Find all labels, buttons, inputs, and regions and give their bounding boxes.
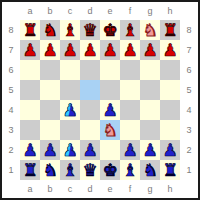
square-a2[interactable]: ♟ — [20, 140, 40, 160]
rank-label-8: 8 — [180, 20, 198, 40]
square-f7[interactable]: ♟ — [120, 40, 140, 60]
square-h5[interactable] — [160, 80, 180, 100]
square-c2[interactable]: ♟ — [60, 140, 80, 160]
file-label-a: a — [20, 6, 40, 16]
rank-label-4: 4 — [180, 100, 198, 120]
file-label-c: c — [60, 6, 80, 16]
square-a1[interactable]: ♜ — [20, 160, 40, 180]
square-e1[interactable]: ♚ — [100, 160, 120, 180]
square-f4[interactable] — [120, 100, 140, 120]
blue-knight-g1[interactable]: ♞ — [142, 160, 157, 180]
blue-pawn-a2[interactable]: ♟ — [22, 140, 37, 160]
rank-labels-right: 87654321 — [180, 20, 198, 180]
chess-board[interactable]: ♜♞♝♛♚♝♞♜♟♟♟♟♟♟♟♟♟♟♞♟♟♟♟♟♟♟♜♞♝♛♚♝♞♜ — [20, 20, 180, 180]
square-e7[interactable]: ♟ — [100, 40, 120, 60]
square-a8[interactable]: ♜ — [20, 20, 40, 40]
file-label-g: g — [140, 184, 160, 194]
rank-label-1: 1 — [2, 160, 20, 180]
blue-bishop-c1[interactable]: ♝ — [62, 160, 77, 180]
square-f5[interactable] — [120, 80, 140, 100]
square-h7[interactable]: ♟ — [160, 40, 180, 60]
rank-label-7: 7 — [2, 40, 20, 60]
square-b8[interactable]: ♞ — [40, 20, 60, 40]
red-bishop-f8[interactable]: ♝ — [122, 20, 137, 40]
rank-label-8: 8 — [2, 20, 20, 40]
square-a5[interactable] — [20, 80, 40, 100]
blue-pawn-f2[interactable]: ♟ — [122, 140, 137, 160]
red-queen-d8[interactable]: ♛ — [82, 20, 97, 40]
square-h2[interactable]: ♟ — [160, 140, 180, 160]
blue-bishop-f1[interactable]: ♝ — [122, 160, 137, 180]
square-g3[interactable] — [140, 120, 160, 140]
square-d4[interactable] — [80, 100, 100, 120]
file-labels-bottom: abcdefgh — [2, 180, 198, 198]
red-king-e8[interactable]: ♚ — [102, 20, 117, 40]
rank-label-6: 6 — [2, 60, 20, 80]
square-h6[interactable] — [160, 60, 180, 80]
rank-label-3: 3 — [180, 120, 198, 140]
file-labels-top: abcdefgh — [2, 2, 198, 20]
blue-queen-d1[interactable]: ♛ — [82, 160, 97, 180]
file-label-a: a — [20, 184, 40, 194]
square-b2[interactable]: ♟ — [40, 140, 60, 160]
red-rook-a8[interactable]: ♜ — [22, 20, 37, 40]
file-label-c: c — [60, 184, 80, 194]
square-b1[interactable]: ♞ — [40, 160, 60, 180]
square-e4[interactable]: ♟ — [100, 100, 120, 120]
square-c5[interactable] — [60, 80, 80, 100]
red-knight-b8[interactable]: ♞ — [42, 20, 57, 40]
red-pawn-f7[interactable]: ♟ — [122, 40, 137, 60]
square-c6[interactable] — [60, 60, 80, 80]
file-label-h: h — [160, 6, 180, 16]
square-d5[interactable] — [80, 80, 100, 100]
square-g6[interactable] — [140, 60, 160, 80]
file-label-h: h — [160, 184, 180, 194]
square-c4[interactable]: ♟ — [60, 100, 80, 120]
blue-pawn-d2[interactable]: ♟ — [82, 140, 97, 160]
rank-label-3: 3 — [2, 120, 20, 140]
file-label-b: b — [40, 184, 60, 194]
square-e6[interactable] — [100, 60, 120, 80]
file-label-d: d — [80, 184, 100, 194]
red-pawn-c7[interactable]: ♟ — [62, 40, 77, 60]
red-bishop-c8[interactable]: ♝ — [62, 20, 77, 40]
square-e2[interactable] — [100, 140, 120, 160]
file-label-d: d — [80, 6, 100, 16]
square-d7[interactable]: ♟ — [80, 40, 100, 60]
square-d3[interactable] — [80, 120, 100, 140]
square-d2[interactable]: ♟ — [80, 140, 100, 160]
blue-rook-h1[interactable]: ♜ — [162, 160, 177, 180]
square-f1[interactable]: ♝ — [120, 160, 140, 180]
square-h8[interactable]: ♜ — [160, 20, 180, 40]
square-g4[interactable] — [140, 100, 160, 120]
blue-pawn-b2[interactable]: ♟ — [42, 140, 57, 160]
square-d6[interactable] — [80, 60, 100, 80]
square-g1[interactable]: ♞ — [140, 160, 160, 180]
square-f8[interactable]: ♝ — [120, 20, 140, 40]
rank-label-2: 2 — [180, 140, 198, 160]
square-a3[interactable] — [20, 120, 40, 140]
blue-pawn-h2[interactable]: ♟ — [162, 140, 177, 160]
red-pawn-d7[interactable]: ♟ — [82, 40, 97, 60]
blue-pawn-c4[interactable]: ♟ — [62, 100, 77, 120]
square-a4[interactable] — [20, 100, 40, 120]
file-label-e: e — [100, 184, 120, 194]
red-pawn-h7[interactable]: ♟ — [162, 40, 177, 60]
rank-label-1: 1 — [180, 160, 198, 180]
blue-rook-a1[interactable]: ♜ — [22, 160, 37, 180]
square-e3[interactable]: ♞ — [100, 120, 120, 140]
square-h1[interactable]: ♜ — [160, 160, 180, 180]
square-f3[interactable] — [120, 120, 140, 140]
red-pawn-b7[interactable]: ♟ — [42, 40, 57, 60]
blue-king-e1[interactable]: ♚ — [102, 160, 117, 180]
square-g2[interactable]: ♟ — [140, 140, 160, 160]
file-label-e: e — [100, 6, 120, 16]
chessboard-window: abcdefgh 87654321 ♜♞♝♛♚♝♞♜♟♟♟♟♟♟♟♟♟♟♞♟♟♟… — [0, 0, 200, 200]
red-pawn-a7[interactable]: ♟ — [22, 40, 37, 60]
square-b5[interactable] — [40, 80, 60, 100]
square-c8[interactable]: ♝ — [60, 20, 80, 40]
square-a7[interactable]: ♟ — [20, 40, 40, 60]
blue-pawn-g2[interactable]: ♟ — [142, 140, 157, 160]
square-h4[interactable] — [160, 100, 180, 120]
blue-pawn-c2[interactable]: ♟ — [62, 140, 77, 160]
square-b3[interactable] — [40, 120, 60, 140]
file-label-f: f — [120, 6, 140, 16]
rank-label-2: 2 — [2, 140, 20, 160]
file-label-g: g — [140, 6, 160, 16]
square-g8[interactable]: ♞ — [140, 20, 160, 40]
rank-labels-left: 87654321 — [2, 20, 20, 180]
red-pawn-e7[interactable]: ♟ — [102, 40, 117, 60]
square-c3[interactable] — [60, 120, 80, 140]
rank-label-5: 5 — [180, 80, 198, 100]
square-d1[interactable]: ♛ — [80, 160, 100, 180]
rank-label-7: 7 — [180, 40, 198, 60]
red-pawn-g7[interactable]: ♟ — [142, 40, 157, 60]
square-g7[interactable]: ♟ — [140, 40, 160, 60]
square-d8[interactable]: ♛ — [80, 20, 100, 40]
blue-pawn-e4[interactable]: ♟ — [102, 100, 117, 120]
square-b6[interactable] — [40, 60, 60, 80]
file-label-b: b — [40, 6, 60, 16]
rank-label-6: 6 — [180, 60, 198, 80]
square-a6[interactable] — [20, 60, 40, 80]
square-b4[interactable] — [40, 100, 60, 120]
file-label-f: f — [120, 184, 140, 194]
rank-label-5: 5 — [2, 80, 20, 100]
rank-label-4: 4 — [2, 100, 20, 120]
square-e8[interactable]: ♚ — [100, 20, 120, 40]
square-f2[interactable]: ♟ — [120, 140, 140, 160]
blue-knight-b1[interactable]: ♞ — [42, 160, 57, 180]
red-knight-e3[interactable]: ♞ — [102, 120, 117, 140]
red-knight-g8[interactable]: ♞ — [142, 20, 157, 40]
board-row: 87654321 ♜♞♝♛♚♝♞♜♟♟♟♟♟♟♟♟♟♟♞♟♟♟♟♟♟♟♜♞♝♛♚… — [2, 20, 198, 180]
square-c7[interactable]: ♟ — [60, 40, 80, 60]
square-e5[interactable] — [100, 80, 120, 100]
square-c1[interactable]: ♝ — [60, 160, 80, 180]
square-h3[interactable] — [160, 120, 180, 140]
square-b7[interactable]: ♟ — [40, 40, 60, 60]
square-f6[interactable] — [120, 60, 140, 80]
red-rook-h8[interactable]: ♜ — [162, 20, 177, 40]
square-g5[interactable] — [140, 80, 160, 100]
